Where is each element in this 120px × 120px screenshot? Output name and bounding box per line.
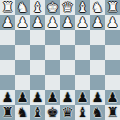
square-f4[interactable] [30, 45, 45, 60]
square-e2[interactable]: ♟ [45, 15, 60, 30]
square-f6[interactable] [30, 75, 45, 90]
square-e8[interactable]: ♚ [45, 105, 60, 120]
piece-black-pawn[interactable]: ♟ [76, 90, 88, 105]
square-h2[interactable]: ♟ [0, 15, 15, 30]
piece-black-knight[interactable]: ♞ [16, 105, 28, 120]
piece-black-pawn[interactable]: ♟ [46, 90, 58, 105]
piece-white-pawn[interactable]: ♟ [76, 15, 88, 30]
square-b3[interactable] [90, 30, 105, 45]
piece-white-pawn[interactable]: ♟ [31, 15, 43, 30]
piece-white-rook[interactable]: ♜ [106, 0, 118, 15]
square-a1[interactable]: ♜ [105, 0, 120, 15]
piece-white-pawn[interactable]: ♟ [61, 15, 73, 30]
square-d7[interactable]: ♟ [60, 90, 75, 105]
square-e7[interactable]: ♟ [45, 90, 60, 105]
piece-black-pawn[interactable]: ♟ [61, 90, 73, 105]
square-g5[interactable] [15, 60, 30, 75]
square-d2[interactable]: ♟ [60, 15, 75, 30]
square-a5[interactable] [105, 60, 120, 75]
square-h1[interactable]: ♜ [0, 0, 15, 15]
square-c8[interactable]: ♝ [75, 105, 90, 120]
square-h8[interactable]: ♜ [0, 105, 15, 120]
square-f1[interactable]: ♝ [30, 0, 45, 15]
square-g2[interactable]: ♟ [15, 15, 30, 30]
square-e6[interactable] [45, 75, 60, 90]
square-c6[interactable] [75, 75, 90, 90]
square-d4[interactable] [60, 45, 75, 60]
square-f2[interactable]: ♟ [30, 15, 45, 30]
square-d6[interactable] [60, 75, 75, 90]
square-d8[interactable]: ♛ [60, 105, 75, 120]
square-g7[interactable]: ♟ [15, 90, 30, 105]
square-a4[interactable] [105, 45, 120, 60]
square-e1[interactable]: ♚ [45, 0, 60, 15]
piece-white-pawn[interactable]: ♟ [16, 15, 28, 30]
square-h7[interactable]: ♟ [0, 90, 15, 105]
square-a2[interactable]: ♟ [105, 15, 120, 30]
square-b8[interactable]: ♞ [90, 105, 105, 120]
piece-black-rook[interactable]: ♜ [106, 105, 118, 120]
square-b4[interactable] [90, 45, 105, 60]
piece-black-pawn[interactable]: ♟ [106, 90, 118, 105]
piece-white-queen[interactable]: ♛ [61, 0, 73, 15]
square-h3[interactable] [0, 30, 15, 45]
piece-black-bishop[interactable]: ♝ [31, 105, 43, 120]
piece-white-pawn[interactable]: ♟ [91, 15, 103, 30]
square-b5[interactable] [90, 60, 105, 75]
square-g6[interactable] [15, 75, 30, 90]
square-e5[interactable] [45, 60, 60, 75]
piece-black-knight[interactable]: ♞ [91, 105, 103, 120]
square-d3[interactable] [60, 30, 75, 45]
square-b7[interactable]: ♟ [90, 90, 105, 105]
square-g4[interactable] [15, 45, 30, 60]
piece-black-king[interactable]: ♚ [46, 105, 58, 120]
square-h5[interactable] [0, 60, 15, 75]
chess-board: ♜♞♝♚♛♝♞♜♟♟♟♟♟♟♟♟♟♟♟♟♟♟♟♟♜♞♝♚♛♝♞♜ [0, 0, 120, 120]
square-h4[interactable] [0, 45, 15, 60]
square-f7[interactable]: ♟ [30, 90, 45, 105]
square-c1[interactable]: ♝ [75, 0, 90, 15]
piece-white-rook[interactable]: ♜ [1, 0, 13, 15]
piece-white-pawn[interactable]: ♟ [106, 15, 118, 30]
piece-white-pawn[interactable]: ♟ [1, 15, 13, 30]
square-g8[interactable]: ♞ [15, 105, 30, 120]
square-d5[interactable] [60, 60, 75, 75]
square-a7[interactable]: ♟ [105, 90, 120, 105]
piece-white-bishop[interactable]: ♝ [31, 0, 43, 15]
piece-white-knight[interactable]: ♞ [91, 0, 103, 15]
square-b6[interactable] [90, 75, 105, 90]
square-a3[interactable] [105, 30, 120, 45]
square-c5[interactable] [75, 60, 90, 75]
piece-black-pawn[interactable]: ♟ [31, 90, 43, 105]
square-a6[interactable] [105, 75, 120, 90]
square-g1[interactable]: ♞ [15, 0, 30, 15]
piece-white-king[interactable]: ♚ [46, 0, 58, 15]
piece-black-pawn[interactable]: ♟ [1, 90, 13, 105]
piece-black-queen[interactable]: ♛ [61, 105, 73, 120]
square-c3[interactable] [75, 30, 90, 45]
square-h6[interactable] [0, 75, 15, 90]
square-f3[interactable] [30, 30, 45, 45]
square-a8[interactable]: ♜ [105, 105, 120, 120]
square-g3[interactable] [15, 30, 30, 45]
square-c4[interactable] [75, 45, 90, 60]
piece-black-bishop[interactable]: ♝ [76, 105, 88, 120]
piece-white-bishop[interactable]: ♝ [76, 0, 88, 15]
piece-black-pawn[interactable]: ♟ [16, 90, 28, 105]
piece-black-rook[interactable]: ♜ [1, 105, 13, 120]
square-c7[interactable]: ♟ [75, 90, 90, 105]
square-b2[interactable]: ♟ [90, 15, 105, 30]
piece-black-pawn[interactable]: ♟ [91, 90, 103, 105]
square-b1[interactable]: ♞ [90, 0, 105, 15]
square-f5[interactable] [30, 60, 45, 75]
square-f8[interactable]: ♝ [30, 105, 45, 120]
square-d1[interactable]: ♛ [60, 0, 75, 15]
square-e4[interactable] [45, 45, 60, 60]
piece-white-knight[interactable]: ♞ [16, 0, 28, 15]
square-e3[interactable] [45, 30, 60, 45]
square-c2[interactable]: ♟ [75, 15, 90, 30]
piece-white-pawn[interactable]: ♟ [46, 15, 58, 30]
